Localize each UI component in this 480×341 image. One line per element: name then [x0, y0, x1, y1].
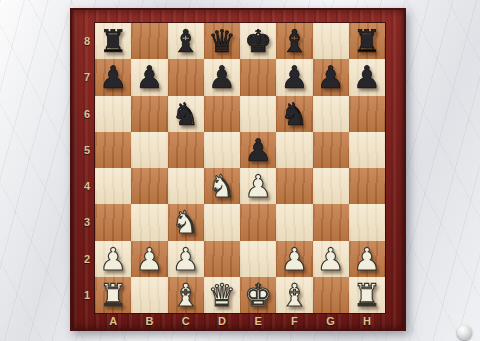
square-d1[interactable]: ♛: [204, 277, 240, 313]
square-f2[interactable]: ♟: [276, 241, 312, 277]
square-h4[interactable]: [349, 168, 385, 204]
square-d6[interactable]: [204, 96, 240, 132]
black-pawn-h7[interactable]: ♟: [349, 59, 385, 95]
square-c7[interactable]: [168, 59, 204, 95]
square-b4[interactable]: [131, 168, 167, 204]
black-bishop-c8[interactable]: ♝: [168, 23, 204, 59]
square-g8[interactable]: [313, 23, 349, 59]
white-bishop-c1[interactable]: ♝: [168, 277, 204, 313]
square-e3[interactable]: [240, 204, 276, 240]
white-pawn-c2[interactable]: ♟: [168, 241, 204, 277]
rank-label-7: 7: [72, 59, 95, 95]
black-pawn-f7[interactable]: ♟: [276, 59, 312, 95]
white-to-move-indicator-icon: [457, 325, 472, 340]
square-b5[interactable]: [131, 132, 167, 168]
rank-label-1: 1: [72, 277, 95, 313]
square-c2[interactable]: ♟: [168, 241, 204, 277]
square-h8[interactable]: ♜: [349, 23, 385, 59]
square-e8[interactable]: ♚: [240, 23, 276, 59]
square-c5[interactable]: [168, 132, 204, 168]
black-king-e8[interactable]: ♚: [240, 23, 276, 59]
white-pawn-h2[interactable]: ♟: [349, 241, 385, 277]
square-d3[interactable]: [204, 204, 240, 240]
black-pawn-a7[interactable]: ♟: [95, 59, 131, 95]
file-label-e: E: [240, 313, 276, 329]
black-bishop-f8[interactable]: ♝: [276, 23, 312, 59]
black-queen-d8[interactable]: ♛: [204, 23, 240, 59]
black-knight-c6[interactable]: ♞: [168, 96, 204, 132]
square-h1[interactable]: ♜: [349, 277, 385, 313]
white-rook-a1[interactable]: ♜: [95, 277, 131, 313]
white-rook-h1[interactable]: ♜: [349, 277, 385, 313]
square-g5[interactable]: [313, 132, 349, 168]
square-g6[interactable]: [313, 96, 349, 132]
file-label-g: G: [313, 313, 349, 329]
square-d5[interactable]: [204, 132, 240, 168]
square-d7[interactable]: ♟: [204, 59, 240, 95]
rank-label-5: 5: [72, 132, 95, 168]
square-f5[interactable]: [276, 132, 312, 168]
file-label-c: C: [168, 313, 204, 329]
square-e1[interactable]: ♚: [240, 277, 276, 313]
square-b3[interactable]: [131, 204, 167, 240]
rank-label-4: 4: [72, 168, 95, 204]
square-d8[interactable]: ♛: [204, 23, 240, 59]
square-c1[interactable]: ♝: [168, 277, 204, 313]
rank-label-8: 8: [72, 23, 95, 59]
square-g1[interactable]: [313, 277, 349, 313]
white-pawn-e4[interactable]: ♟: [240, 168, 276, 204]
white-pawn-g2[interactable]: ♟: [313, 241, 349, 277]
black-pawn-d7[interactable]: ♟: [204, 59, 240, 95]
square-e6[interactable]: [240, 96, 276, 132]
square-b1[interactable]: [131, 277, 167, 313]
square-e2[interactable]: [240, 241, 276, 277]
square-d2[interactable]: [204, 241, 240, 277]
square-h6[interactable]: [349, 96, 385, 132]
file-label-b: B: [131, 313, 167, 329]
rank-labels: 87654321: [72, 23, 95, 313]
square-a4[interactable]: [95, 168, 131, 204]
square-a1[interactable]: ♜: [95, 277, 131, 313]
square-f6[interactable]: ♞: [276, 96, 312, 132]
square-e7[interactable]: [240, 59, 276, 95]
black-pawn-e5[interactable]: ♟: [240, 132, 276, 168]
square-c3[interactable]: ♞: [168, 204, 204, 240]
white-bishop-f1[interactable]: ♝: [276, 277, 312, 313]
square-h7[interactable]: ♟: [349, 59, 385, 95]
white-pawn-b2[interactable]: ♟: [131, 241, 167, 277]
white-knight-c3[interactable]: ♞: [168, 204, 204, 240]
black-knight-f6[interactable]: ♞: [276, 96, 312, 132]
square-a8[interactable]: ♜: [95, 23, 131, 59]
square-f8[interactable]: ♝: [276, 23, 312, 59]
black-rook-a8[interactable]: ♜: [95, 23, 131, 59]
square-b2[interactable]: ♟: [131, 241, 167, 277]
square-e5[interactable]: ♟: [240, 132, 276, 168]
square-a7[interactable]: ♟: [95, 59, 131, 95]
white-knight-d4[interactable]: ♞: [204, 168, 240, 204]
square-c8[interactable]: ♝: [168, 23, 204, 59]
square-d4[interactable]: ♞: [204, 168, 240, 204]
file-labels: ABCDEFGH: [95, 313, 385, 329]
square-g4[interactable]: [313, 168, 349, 204]
square-h3[interactable]: [349, 204, 385, 240]
file-label-f: F: [276, 313, 312, 329]
square-a5[interactable]: [95, 132, 131, 168]
square-a2[interactable]: ♟: [95, 241, 131, 277]
chess-board-frame: 87654321 ♜♝♛♚♝♜♟♟♟♟♟♟♞♞♟♞♟♞♟♟♟♟♟♟♜♝♛♚♝♜ …: [70, 8, 406, 331]
rank-label-6: 6: [72, 96, 95, 132]
white-pawn-f2[interactable]: ♟: [276, 241, 312, 277]
square-b6[interactable]: [131, 96, 167, 132]
black-pawn-b7[interactable]: ♟: [131, 59, 167, 95]
square-e4[interactable]: ♟: [240, 168, 276, 204]
square-f7[interactable]: ♟: [276, 59, 312, 95]
rank-label-2: 2: [72, 241, 95, 277]
file-label-a: A: [95, 313, 131, 329]
board-grid[interactable]: ♜♝♛♚♝♜♟♟♟♟♟♟♞♞♟♞♟♞♟♟♟♟♟♟♜♝♛♚♝♜: [95, 23, 385, 313]
square-g3[interactable]: [313, 204, 349, 240]
square-b7[interactable]: ♟: [131, 59, 167, 95]
black-rook-h8[interactable]: ♜: [349, 23, 385, 59]
rank-label-3: 3: [72, 204, 95, 240]
square-b8[interactable]: [131, 23, 167, 59]
square-g2[interactable]: ♟: [313, 241, 349, 277]
screenshot-root: 87654321 ♜♝♛♚♝♜♟♟♟♟♟♟♞♞♟♞♟♞♟♟♟♟♟♟♜♝♛♚♝♜ …: [0, 0, 480, 341]
square-h2[interactable]: ♟: [349, 241, 385, 277]
square-c4[interactable]: [168, 168, 204, 204]
black-pawn-g7[interactable]: ♟: [313, 59, 349, 95]
square-h5[interactable]: [349, 132, 385, 168]
square-f3[interactable]: [276, 204, 312, 240]
file-label-h: H: [349, 313, 385, 329]
square-f4[interactable]: [276, 168, 312, 204]
file-label-d: D: [204, 313, 240, 329]
white-king-e1[interactable]: ♚: [240, 277, 276, 313]
white-pawn-a2[interactable]: ♟: [95, 241, 131, 277]
square-a6[interactable]: [95, 96, 131, 132]
square-g7[interactable]: ♟: [313, 59, 349, 95]
square-f1[interactable]: ♝: [276, 277, 312, 313]
white-queen-d1[interactable]: ♛: [204, 277, 240, 313]
square-a3[interactable]: [95, 204, 131, 240]
square-c6[interactable]: ♞: [168, 96, 204, 132]
